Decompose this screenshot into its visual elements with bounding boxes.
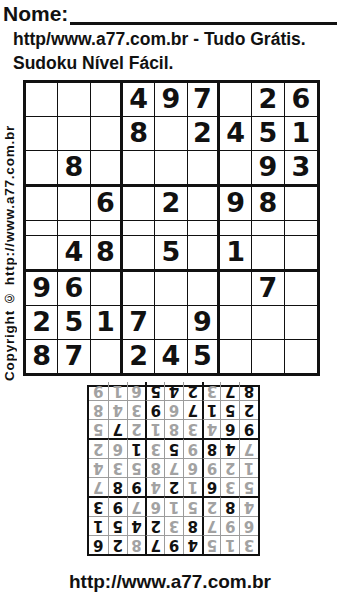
puzzle-cell	[91, 272, 123, 306]
puzzle-cell: 8	[91, 236, 123, 272]
puzzle-cell	[91, 117, 123, 151]
puzzle-cell	[26, 83, 58, 117]
solution-cell: 1	[202, 400, 221, 419]
puzzle-cell	[91, 340, 123, 373]
puzzle-cell	[58, 221, 90, 236]
puzzle-cell	[91, 151, 123, 187]
solution-cell: 8	[164, 419, 183, 438]
solution-cell: 9	[89, 382, 108, 400]
solution-cell: 3	[220, 477, 239, 496]
puzzle-cell: 9	[220, 187, 252, 221]
solution-cell: 3	[89, 496, 108, 516]
puzzle-cell	[220, 306, 252, 340]
site-tagline: http/www.a77.com.br - Tudo Grátis.	[13, 29, 306, 50]
solution-cell: 9	[164, 535, 183, 554]
puzzle-cell: 2	[123, 340, 155, 373]
solution-cell: 7	[183, 400, 202, 419]
solution-cell: 1	[183, 477, 202, 496]
puzzle-cell	[252, 340, 284, 373]
puzzle-cell: 1	[220, 236, 252, 272]
puzzle-cell: 5	[188, 340, 220, 373]
puzzle-cell: 8	[26, 340, 58, 373]
puzzle-cell	[123, 221, 155, 236]
solution-cell: 4	[145, 477, 164, 496]
solution-cell: 9	[127, 477, 146, 496]
puzzle-title: Sudoku Nível Fácil.	[13, 53, 173, 74]
puzzle-cell	[285, 340, 317, 373]
puzzle-cell: 8	[252, 187, 284, 221]
solution-cell: 5	[89, 419, 108, 438]
puzzle-cell	[220, 221, 252, 236]
puzzle-cell	[285, 272, 317, 306]
solution-cell: 2	[202, 496, 221, 516]
puzzle-grid: 4972682451893629848519672517987245	[23, 80, 320, 376]
solution-cell: 2	[89, 438, 108, 458]
solution-cell: 7	[202, 516, 221, 535]
puzzle-cell: 6	[58, 272, 90, 306]
puzzle-cell	[285, 187, 317, 221]
solution-grid: 3154978266978324514825167935361249871296…	[87, 385, 260, 556]
puzzle-cell	[123, 187, 155, 221]
name-label: Nome:	[3, 2, 68, 25]
solution-cell: 6	[164, 400, 183, 419]
solution-cell: 9	[145, 400, 164, 419]
solution-cell: 4	[89, 458, 108, 477]
solution-cell: 5	[108, 516, 127, 535]
footer-url: http://www.a77.com.br	[0, 571, 340, 593]
solution-cell: 6	[202, 477, 221, 496]
puzzle-cell	[26, 187, 58, 221]
solution-cell: 4	[239, 496, 258, 516]
puzzle-cell: 5	[155, 236, 187, 272]
puzzle-cell: 4	[58, 236, 90, 272]
solution-cell: 1	[239, 458, 258, 477]
solution-cell: 5	[220, 400, 239, 419]
solution-cell: 7	[239, 438, 258, 458]
puzzle-cell	[26, 221, 58, 236]
solution-cell: 2	[239, 400, 258, 419]
solution-cell: 8	[202, 438, 221, 458]
puzzle-cell	[188, 221, 220, 236]
puzzle-cell	[220, 272, 252, 306]
solution-cell: 6	[183, 458, 202, 477]
solution-cell: 3	[108, 458, 127, 477]
puzzle-cell: 7	[123, 306, 155, 340]
solution-cell: 3	[164, 516, 183, 535]
solution-cell: 5	[127, 458, 146, 477]
puzzle-cell: 1	[91, 306, 123, 340]
puzzle-cell	[123, 236, 155, 272]
puzzle-cell	[252, 236, 284, 272]
puzzle-cell	[188, 151, 220, 187]
puzzle-cell: 7	[252, 272, 284, 306]
puzzle-cell: 5	[58, 306, 90, 340]
puzzle-cell: 7	[188, 83, 220, 117]
solution-cell: 7	[127, 496, 146, 516]
puzzle-cell: 9	[252, 151, 284, 187]
solution-cell: 1	[89, 516, 108, 535]
puzzle-cell	[58, 117, 90, 151]
solution-cell: 2	[164, 477, 183, 496]
puzzle-cell	[155, 117, 187, 151]
puzzle-cell: 2	[155, 187, 187, 221]
solution-cell: 4	[164, 382, 183, 400]
puzzle-cell	[155, 151, 187, 187]
solution-cell: 8	[183, 516, 202, 535]
solution-cell: 6	[145, 496, 164, 516]
puzzle-cell	[220, 83, 252, 117]
puzzle-cell	[26, 236, 58, 272]
solution-cell: 7	[89, 477, 108, 496]
puzzle-cell	[155, 272, 187, 306]
puzzle-cell	[58, 187, 90, 221]
solution-cell: 2	[145, 516, 164, 535]
solution-cell: 2	[220, 458, 239, 477]
solution-cell: 1	[164, 496, 183, 516]
solution-cell: 8	[220, 496, 239, 516]
solution-cell: 8	[145, 458, 164, 477]
solution-cell: 4	[202, 419, 221, 438]
solution-cell: 1	[145, 419, 164, 438]
solution-cell: 2	[127, 419, 146, 438]
puzzle-cell: 6	[285, 83, 317, 117]
puzzle-cell	[26, 151, 58, 187]
puzzle-cell: 9	[155, 83, 187, 117]
puzzle-cell: 7	[58, 340, 90, 373]
solution-cell: 2	[108, 535, 127, 554]
puzzle-cell	[188, 272, 220, 306]
solution-cell: 8	[89, 400, 108, 419]
puzzle-cell: 3	[285, 151, 317, 187]
puzzle-cell	[285, 306, 317, 340]
puzzle-cell	[123, 272, 155, 306]
solution-cell: 9	[220, 516, 239, 535]
puzzle-cell	[220, 151, 252, 187]
solution-cell: 9	[108, 496, 127, 516]
puzzle-cell	[155, 306, 187, 340]
puzzle-cell	[91, 221, 123, 236]
solution-cell: 9	[183, 438, 202, 458]
solution-cell: 2	[183, 382, 202, 400]
puzzle-cell	[123, 151, 155, 187]
puzzle-cell: 4	[220, 117, 252, 151]
puzzle-cell	[58, 83, 90, 117]
solution-cell: 1	[220, 535, 239, 554]
solution-cell: 6	[89, 535, 108, 554]
puzzle-cell: 4	[155, 340, 187, 373]
solution-cell: 8	[127, 535, 146, 554]
puzzle-cell: 9	[26, 272, 58, 306]
solution-cell: 3	[145, 438, 164, 458]
solution-cell: 4	[220, 438, 239, 458]
puzzle-cell: 2	[26, 306, 58, 340]
solution-cell: 5	[145, 382, 164, 400]
solution-cell: 7	[145, 535, 164, 554]
puzzle-cell	[188, 236, 220, 272]
solution-cell: 4	[108, 400, 127, 419]
solution-cell: 7	[220, 382, 239, 400]
puzzle-cell	[252, 221, 284, 236]
puzzle-cell	[252, 306, 284, 340]
solution-cell: 3	[239, 535, 258, 554]
puzzle-cell	[91, 83, 123, 117]
solution-cell: 3	[127, 400, 146, 419]
solution-cell: 5	[183, 496, 202, 516]
puzzle-cell	[26, 117, 58, 151]
puzzle-cell: 9	[188, 306, 220, 340]
solution-cell: 4	[183, 535, 202, 554]
solution-cell: 4	[127, 516, 146, 535]
solution-cell: 3	[183, 419, 202, 438]
puzzle-cell	[285, 221, 317, 236]
solution-cell: 8	[239, 382, 258, 400]
name-row: Nome:	[3, 2, 337, 25]
puzzle-cell: 1	[285, 117, 317, 151]
solution-cell: 5	[202, 535, 221, 554]
puzzle-cell	[188, 187, 220, 221]
puzzle-cell: 2	[188, 117, 220, 151]
solution-cell: 6	[108, 438, 127, 458]
solution-cell: 5	[239, 477, 258, 496]
solution-cell: 6	[127, 382, 146, 400]
puzzle-cell	[220, 340, 252, 373]
solution-cell: 5	[164, 438, 183, 458]
name-underline	[70, 2, 337, 25]
puzzle-cell: 8	[58, 151, 90, 187]
copyright-vertical: Copyright © http://www.a77.com.br	[0, 84, 20, 422]
solution-cell: 8	[108, 477, 127, 496]
puzzle-cell: 5	[252, 117, 284, 151]
puzzle-cell: 2	[252, 83, 284, 117]
solution-cell: 7	[164, 458, 183, 477]
puzzle-cell: 6	[91, 187, 123, 221]
puzzle-cell	[155, 221, 187, 236]
solution-cell: 9	[202, 458, 221, 477]
solution-cell: 3	[202, 382, 221, 400]
puzzle-cell: 4	[123, 83, 155, 117]
puzzle-cell	[285, 236, 317, 272]
solution-cell: 1	[127, 438, 146, 458]
solution-cell: 9	[239, 419, 258, 438]
solution-cell: 1	[108, 382, 127, 400]
solution-cell: 6	[239, 516, 258, 535]
solution-cell: 7	[108, 419, 127, 438]
solution-cell: 6	[220, 419, 239, 438]
sudoku-print-page: Nome: http/www.a77.com.br - Tudo Grátis.…	[0, 0, 340, 596]
puzzle-cell: 8	[123, 117, 155, 151]
